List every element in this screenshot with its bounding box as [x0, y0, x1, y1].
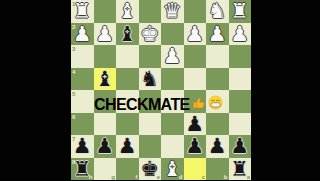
square-h6[interactable]: 6 [71, 113, 94, 136]
square-d7[interactable] [161, 135, 184, 158]
square-c1[interactable] [184, 0, 207, 23]
square-a4[interactable] [229, 68, 252, 91]
square-a2[interactable]: ♟ [229, 23, 252, 46]
white-pawn[interactable]: ♟ [95, 23, 114, 46]
file-label-a: a [247, 174, 250, 180]
file-label-c: c [202, 174, 205, 180]
square-h3[interactable]: 3 [71, 45, 94, 68]
rank-label-6: 6 [72, 114, 75, 120]
square-g3[interactable] [94, 45, 117, 68]
square-b4[interactable] [206, 68, 229, 91]
square-b7[interactable]: ♟ [206, 135, 229, 158]
square-d2[interactable] [161, 23, 184, 46]
rank-label-3: 3 [72, 46, 75, 52]
video-frame: 1♜♝♛♞♜2♟♟♝♚♟♟♟3♟4♝♞56♟7♟♟♟♟♟♟8h♜gfe♚d♝cb… [0, 0, 320, 180]
black-pawn[interactable]: ♟ [208, 135, 227, 158]
square-g6[interactable] [94, 113, 117, 136]
square-a1[interactable]: ♜ [229, 0, 252, 23]
white-bishop[interactable]: ♝ [118, 0, 137, 23]
chess-board[interactable]: 1♜♝♛♞♜2♟♟♝♚♟♟♟3♟4♝♞56♟7♟♟♟♟♟♟8h♜gfe♚d♝cb… [71, 0, 251, 180]
black-pawn[interactable]: ♟ [95, 135, 114, 158]
square-d3[interactable]: ♟ [161, 45, 184, 68]
square-e7[interactable] [139, 135, 162, 158]
letterbox-left [0, 0, 71, 180]
square-a8[interactable]: a♜ [229, 158, 252, 181]
file-label-f: f [136, 174, 138, 180]
caption-text: CHECKMATE [94, 96, 190, 114]
caption-overlay: CHECKMATE [94, 95, 223, 114]
square-g7[interactable]: ♟ [94, 135, 117, 158]
square-f7[interactable]: ♟ [116, 135, 139, 158]
rank-label-2: 2 [72, 24, 75, 30]
square-e1[interactable] [139, 0, 162, 23]
square-b6[interactable] [206, 113, 229, 136]
square-c3[interactable] [184, 45, 207, 68]
square-f6[interactable] [116, 113, 139, 136]
rank-label-1: 1 [72, 1, 75, 7]
square-b1[interactable]: ♞ [206, 0, 229, 23]
white-king[interactable]: ♚ [140, 23, 159, 46]
square-h2[interactable]: 2♟ [71, 23, 94, 46]
square-f3[interactable] [116, 45, 139, 68]
black-pawn[interactable]: ♟ [230, 135, 249, 158]
thumbs-up-emoji [192, 96, 206, 114]
square-d8[interactable]: d♝ [161, 158, 184, 181]
black-bishop[interactable]: ♝ [118, 23, 137, 46]
square-f1[interactable]: ♝ [116, 0, 139, 23]
white-rook[interactable]: ♜ [230, 0, 249, 23]
square-e3[interactable] [139, 45, 162, 68]
file-label-g: g [111, 174, 115, 180]
square-c6[interactable]: ♟ [184, 113, 207, 136]
square-a3[interactable] [229, 45, 252, 68]
rank-label-4: 4 [72, 69, 75, 75]
black-pawn[interactable]: ♟ [73, 135, 92, 158]
white-pawn[interactable]: ♟ [185, 23, 204, 46]
square-e2[interactable]: ♚ [139, 23, 162, 46]
square-g8[interactable]: g [94, 158, 117, 181]
white-pawn[interactable]: ♟ [230, 23, 249, 46]
square-e6[interactable] [139, 113, 162, 136]
square-a7[interactable]: ♟ [229, 135, 252, 158]
square-h1[interactable]: 1♜ [71, 0, 94, 23]
square-d1[interactable]: ♛ [161, 0, 184, 23]
square-e4[interactable]: ♞ [139, 68, 162, 91]
square-b3[interactable] [206, 45, 229, 68]
letterbox-right [251, 0, 320, 180]
square-b8[interactable]: b [206, 158, 229, 181]
square-d4[interactable] [161, 68, 184, 91]
white-pawn[interactable]: ♟ [163, 45, 182, 68]
rank-label-7: 7 [72, 136, 75, 142]
square-f8[interactable]: f [116, 158, 139, 181]
square-h4[interactable]: 4 [71, 68, 94, 91]
square-e8[interactable]: e♚ [139, 158, 162, 181]
white-queen[interactable]: ♛ [163, 0, 182, 23]
square-g2[interactable]: ♟ [94, 23, 117, 46]
square-d6[interactable] [161, 113, 184, 136]
black-knight[interactable]: ♞ [140, 68, 159, 91]
white-pawn[interactable]: ♟ [208, 23, 227, 46]
square-c2[interactable]: ♟ [184, 23, 207, 46]
white-rook[interactable]: ♜ [73, 0, 92, 23]
black-pawn[interactable]: ♟ [185, 113, 204, 136]
file-label-d: d [179, 174, 183, 180]
black-pawn[interactable]: ♟ [118, 135, 137, 158]
square-c7[interactable]: ♟ [184, 135, 207, 158]
square-c4[interactable] [184, 68, 207, 91]
square-b2[interactable]: ♟ [206, 23, 229, 46]
rank-label-5: 5 [72, 91, 75, 97]
square-a5[interactable] [229, 90, 252, 113]
square-c8[interactable]: c [184, 158, 207, 181]
file-label-e: e [157, 174, 160, 180]
beaming-face-emoji [208, 95, 223, 114]
black-bishop[interactable]: ♝ [95, 68, 114, 91]
black-pawn[interactable]: ♟ [185, 135, 204, 158]
rank-label-8: 8 [72, 159, 75, 165]
square-h5[interactable]: 5 [71, 90, 94, 113]
file-label-h: h [89, 174, 93, 180]
file-label-b: b [224, 174, 228, 180]
square-g4[interactable]: ♝ [94, 68, 117, 91]
square-h8[interactable]: 8h♜ [71, 158, 94, 181]
square-f4[interactable] [116, 68, 139, 91]
white-knight[interactable]: ♞ [208, 0, 227, 23]
square-g1[interactable] [94, 0, 117, 23]
square-h7[interactable]: 7♟ [71, 135, 94, 158]
square-f2[interactable]: ♝ [116, 23, 139, 46]
white-pawn[interactable]: ♟ [73, 23, 92, 46]
square-a6[interactable] [229, 113, 252, 136]
